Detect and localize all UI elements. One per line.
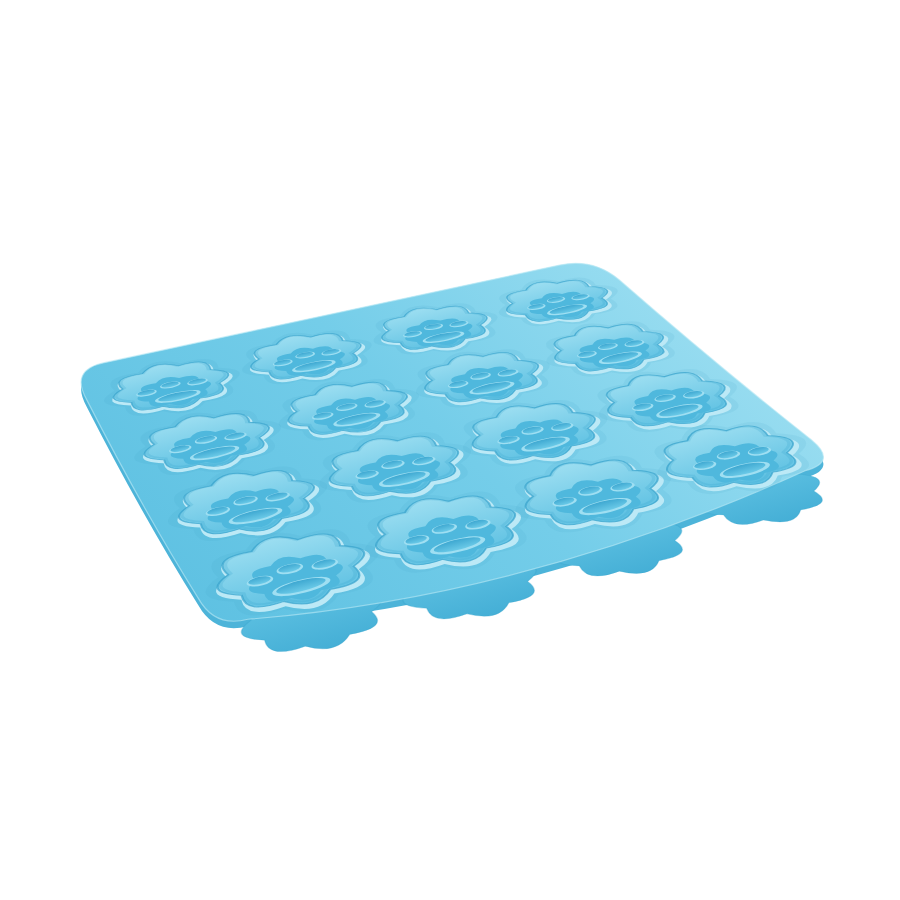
product-photo-canvas [0, 0, 900, 900]
paw-mold-illustration [0, 0, 900, 900]
